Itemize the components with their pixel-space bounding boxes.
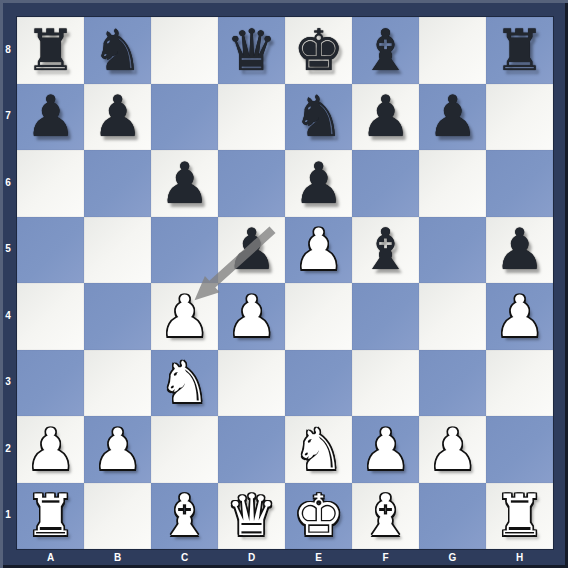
rank-label-7: 7 xyxy=(0,83,16,150)
rank-label-3: 3 xyxy=(0,349,16,416)
rank-label-6: 6 xyxy=(0,149,16,216)
square-h6[interactable] xyxy=(486,150,553,217)
chessboard-frame: ♜♞♛♚♝♜♟♟♞♟♟♟♟♟♟♝♟♟♟♟♞♟♟♞♟♟♜♝♛♚♝♜ 8765432… xyxy=(0,0,568,568)
square-f1[interactable]: ♝ xyxy=(352,483,419,550)
piece-white-pawn[interactable]: ♟ xyxy=(226,288,277,345)
piece-white-queen[interactable]: ♛ xyxy=(226,487,277,544)
square-c1[interactable]: ♝ xyxy=(151,483,218,550)
square-a5[interactable] xyxy=(17,217,84,284)
piece-white-pawn[interactable]: ♟ xyxy=(25,421,76,478)
piece-black-rook[interactable]: ♜ xyxy=(25,22,76,79)
square-e4[interactable] xyxy=(285,283,352,350)
square-d6[interactable] xyxy=(218,150,285,217)
square-f2[interactable]: ♟ xyxy=(352,416,419,483)
square-a8[interactable]: ♜ xyxy=(17,17,84,84)
piece-black-queen[interactable]: ♛ xyxy=(226,22,277,79)
piece-black-pawn[interactable]: ♟ xyxy=(92,88,143,145)
square-g2[interactable]: ♟ xyxy=(419,416,486,483)
piece-black-rook[interactable]: ♜ xyxy=(494,22,545,79)
square-e3[interactable] xyxy=(285,350,352,417)
square-g8[interactable] xyxy=(419,17,486,84)
file-label-E: E xyxy=(285,549,352,565)
piece-white-pawn[interactable]: ♟ xyxy=(427,421,478,478)
square-h8[interactable]: ♜ xyxy=(486,17,553,84)
square-f8[interactable]: ♝ xyxy=(352,17,419,84)
square-c6[interactable]: ♟ xyxy=(151,150,218,217)
piece-black-pawn[interactable]: ♟ xyxy=(25,88,76,145)
square-c4[interactable]: ♟ xyxy=(151,283,218,350)
square-d5[interactable]: ♟ xyxy=(218,217,285,284)
square-d2[interactable] xyxy=(218,416,285,483)
file-label-D: D xyxy=(218,549,285,565)
square-d7[interactable] xyxy=(218,84,285,151)
piece-white-king[interactable]: ♚ xyxy=(293,487,344,544)
square-h3[interactable] xyxy=(486,350,553,417)
square-h5[interactable]: ♟ xyxy=(486,217,553,284)
square-g6[interactable] xyxy=(419,150,486,217)
square-b8[interactable]: ♞ xyxy=(84,17,151,84)
square-e1[interactable]: ♚ xyxy=(285,483,352,550)
piece-white-pawn[interactable]: ♟ xyxy=(92,421,143,478)
piece-white-rook[interactable]: ♜ xyxy=(494,487,545,544)
square-h4[interactable]: ♟ xyxy=(486,283,553,350)
piece-black-bishop[interactable]: ♝ xyxy=(360,22,411,79)
piece-white-rook[interactable]: ♜ xyxy=(25,487,76,544)
square-g7[interactable]: ♟ xyxy=(419,84,486,151)
square-c2[interactable] xyxy=(151,416,218,483)
square-h2[interactable] xyxy=(486,416,553,483)
square-b6[interactable] xyxy=(84,150,151,217)
piece-white-pawn[interactable]: ♟ xyxy=(293,221,344,278)
file-label-B: B xyxy=(84,549,151,565)
square-c3[interactable]: ♞ xyxy=(151,350,218,417)
square-f6[interactable] xyxy=(352,150,419,217)
square-b5[interactable] xyxy=(84,217,151,284)
square-e6[interactable]: ♟ xyxy=(285,150,352,217)
square-a2[interactable]: ♟ xyxy=(17,416,84,483)
file-label-A: A xyxy=(17,549,84,565)
square-a4[interactable] xyxy=(17,283,84,350)
piece-white-bishop[interactable]: ♝ xyxy=(159,487,210,544)
square-b4[interactable] xyxy=(84,283,151,350)
square-d4[interactable]: ♟ xyxy=(218,283,285,350)
piece-white-pawn[interactable]: ♟ xyxy=(494,288,545,345)
rank-label-5: 5 xyxy=(0,216,16,283)
file-label-H: H xyxy=(486,549,553,565)
piece-white-knight[interactable]: ♞ xyxy=(293,421,344,478)
square-a6[interactable] xyxy=(17,150,84,217)
rank-label-2: 2 xyxy=(0,415,16,482)
piece-black-pawn[interactable]: ♟ xyxy=(494,221,545,278)
piece-white-knight[interactable]: ♞ xyxy=(159,354,210,411)
piece-white-pawn[interactable]: ♟ xyxy=(360,421,411,478)
rank-label-8: 8 xyxy=(0,16,16,83)
piece-black-king[interactable]: ♚ xyxy=(293,22,344,79)
chessboard: ♜♞♛♚♝♜♟♟♞♟♟♟♟♟♟♝♟♟♟♟♞♟♟♞♟♟♜♝♛♚♝♜ xyxy=(16,16,554,550)
file-label-F: F xyxy=(352,549,419,565)
square-b1[interactable] xyxy=(84,483,151,550)
square-f3[interactable] xyxy=(352,350,419,417)
piece-white-bishop[interactable]: ♝ xyxy=(360,487,411,544)
square-d8[interactable]: ♛ xyxy=(218,17,285,84)
square-a1[interactable]: ♜ xyxy=(17,483,84,550)
square-e8[interactable]: ♚ xyxy=(285,17,352,84)
square-c8[interactable] xyxy=(151,17,218,84)
square-h1[interactable]: ♜ xyxy=(486,483,553,550)
rank-label-1: 1 xyxy=(0,482,16,549)
piece-black-knight[interactable]: ♞ xyxy=(293,88,344,145)
square-e2[interactable]: ♞ xyxy=(285,416,352,483)
piece-white-pawn[interactable]: ♟ xyxy=(159,288,210,345)
square-d1[interactable]: ♛ xyxy=(218,483,285,550)
square-e7[interactable]: ♞ xyxy=(285,84,352,151)
piece-black-pawn[interactable]: ♟ xyxy=(159,155,210,212)
square-b2[interactable]: ♟ xyxy=(84,416,151,483)
square-g1[interactable] xyxy=(419,483,486,550)
square-g3[interactable] xyxy=(419,350,486,417)
file-label-C: C xyxy=(151,549,218,565)
piece-black-pawn[interactable]: ♟ xyxy=(360,88,411,145)
square-b7[interactable]: ♟ xyxy=(84,84,151,151)
square-f7[interactable]: ♟ xyxy=(352,84,419,151)
file-label-G: G xyxy=(419,549,486,565)
piece-black-pawn[interactable]: ♟ xyxy=(226,221,277,278)
square-b3[interactable] xyxy=(84,350,151,417)
square-d3[interactable] xyxy=(218,350,285,417)
square-h7[interactable] xyxy=(486,84,553,151)
square-g5[interactable] xyxy=(419,217,486,284)
piece-black-knight[interactable]: ♞ xyxy=(92,22,143,79)
square-c5[interactable] xyxy=(151,217,218,284)
square-a7[interactable]: ♟ xyxy=(17,84,84,151)
square-g4[interactable] xyxy=(419,283,486,350)
square-e5[interactable]: ♟ xyxy=(285,217,352,284)
piece-black-bishop[interactable]: ♝ xyxy=(360,221,411,278)
rank-label-4: 4 xyxy=(0,282,16,349)
piece-black-pawn[interactable]: ♟ xyxy=(427,88,478,145)
piece-black-pawn[interactable]: ♟ xyxy=(293,155,344,212)
square-f5[interactable]: ♝ xyxy=(352,217,419,284)
square-f4[interactable] xyxy=(352,283,419,350)
square-a3[interactable] xyxy=(17,350,84,417)
square-c7[interactable] xyxy=(151,84,218,151)
